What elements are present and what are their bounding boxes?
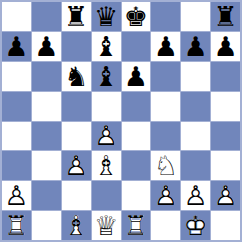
black-pawn-piece[interactable]: ♟ [211, 32, 240, 61]
square-e2[interactable] [122, 181, 151, 210]
piece-fill-glyph: ♜ [211, 2, 240, 31]
square-b4[interactable] [32, 122, 61, 151]
square-d7[interactable]: ♝ [92, 32, 121, 61]
piece-fill-glyph: ♟ [122, 62, 151, 91]
square-f4[interactable] [151, 122, 180, 151]
white-pawn-piece[interactable]: ♟♙ [92, 122, 121, 151]
piece-outline-glyph: ♙ [211, 181, 240, 210]
black-pawn-piece[interactable]: ♟ [32, 32, 61, 61]
piece-outline-glyph: ♙ [181, 181, 210, 210]
square-f6[interactable] [151, 62, 180, 91]
white-pawn-piece[interactable]: ♟♙ [151, 181, 180, 210]
square-a8[interactable] [2, 2, 31, 31]
square-h6[interactable] [211, 62, 240, 91]
square-c5[interactable] [62, 92, 91, 121]
piece-fill-glyph: ♟ [181, 32, 210, 61]
piece-outline-glyph: ♔ [181, 211, 210, 240]
square-g2[interactable]: ♟♙ [181, 181, 210, 210]
black-pawn-piece[interactable]: ♟ [181, 32, 210, 61]
square-g4[interactable] [181, 122, 210, 151]
square-a2[interactable]: ♟♙ [2, 181, 31, 210]
piece-fill-glyph: ♝ [92, 32, 121, 61]
square-b7[interactable]: ♟ [32, 32, 61, 61]
white-rook-piece[interactable]: ♜♖ [122, 211, 151, 240]
square-g3[interactable] [181, 151, 210, 180]
piece-fill-glyph: ♟ [211, 32, 240, 61]
square-d3[interactable]: ♝♗ [92, 151, 121, 180]
square-g8[interactable] [181, 2, 210, 31]
square-b2[interactable] [32, 181, 61, 210]
piece-fill-glyph: ♜ [62, 2, 91, 31]
piece-fill-glyph: ♟ [32, 32, 61, 61]
square-e7[interactable] [122, 32, 151, 61]
square-d1[interactable]: ♛♕ [92, 211, 121, 240]
black-pawn-piece[interactable]: ♟ [151, 32, 180, 61]
square-h5[interactable] [211, 92, 240, 121]
square-f8[interactable] [151, 2, 180, 31]
piece-outline-glyph: ♙ [62, 151, 91, 180]
square-g5[interactable] [181, 92, 210, 121]
square-f3[interactable]: ♞♘ [151, 151, 180, 180]
piece-outline-glyph: ♖ [122, 211, 151, 240]
square-e1[interactable]: ♜♖ [122, 211, 151, 240]
piece-fill-glyph: ♞ [62, 62, 91, 91]
square-d8[interactable]: ♛ [92, 2, 121, 31]
white-bishop-piece[interactable]: ♝♗ [62, 211, 91, 240]
square-f5[interactable] [151, 92, 180, 121]
piece-outline-glyph: ♗ [62, 211, 91, 240]
piece-outline-glyph: ♕ [92, 211, 121, 240]
white-pawn-piece[interactable]: ♟♙ [181, 181, 210, 210]
square-a4[interactable] [2, 122, 31, 151]
square-d4[interactable]: ♟♙ [92, 122, 121, 151]
piece-outline-glyph: ♖ [2, 211, 31, 240]
square-f1[interactable] [151, 211, 180, 240]
square-g7[interactable]: ♟ [181, 32, 210, 61]
black-queen-piece[interactable]: ♛ [92, 2, 121, 31]
black-rook-piece[interactable]: ♜ [211, 2, 240, 31]
piece-fill-glyph: ♟ [2, 32, 31, 61]
white-rook-piece[interactable]: ♜♖ [2, 211, 31, 240]
white-pawn-piece[interactable]: ♟♙ [62, 151, 91, 180]
square-g6[interactable] [181, 62, 210, 91]
piece-outline-glyph: ♘ [151, 151, 180, 180]
black-pawn-piece[interactable]: ♟ [122, 62, 151, 91]
square-b5[interactable] [32, 92, 61, 121]
piece-fill-glyph: ♝ [92, 62, 121, 91]
square-d5[interactable] [92, 92, 121, 121]
white-king-piece[interactable]: ♚♔ [181, 211, 210, 240]
square-b3[interactable] [32, 151, 61, 180]
white-bishop-piece[interactable]: ♝♗ [92, 151, 121, 180]
square-e6[interactable]: ♟ [122, 62, 151, 91]
piece-outline-glyph: ♙ [151, 181, 180, 210]
piece-fill-glyph: ♛ [92, 2, 121, 31]
square-a1[interactable]: ♜♖ [2, 211, 31, 240]
square-c1[interactable]: ♝♗ [62, 211, 91, 240]
square-a3[interactable] [2, 151, 31, 180]
square-h7[interactable]: ♟ [211, 32, 240, 61]
piece-outline-glyph: ♙ [92, 122, 121, 151]
black-king-piece[interactable]: ♚ [122, 2, 151, 31]
white-knight-piece[interactable]: ♞♘ [151, 151, 180, 180]
square-e3[interactable] [122, 151, 151, 180]
square-h4[interactable] [211, 122, 240, 151]
white-pawn-piece[interactable]: ♟♙ [2, 181, 31, 210]
square-h1[interactable] [211, 211, 240, 240]
square-b6[interactable] [32, 62, 61, 91]
square-e5[interactable] [122, 92, 151, 121]
black-knight-piece[interactable]: ♞ [62, 62, 91, 91]
square-h3[interactable] [211, 151, 240, 180]
square-d2[interactable] [92, 181, 121, 210]
square-a6[interactable] [2, 62, 31, 91]
square-a7[interactable]: ♟ [2, 32, 31, 61]
piece-outline-glyph: ♗ [92, 151, 121, 180]
piece-fill-glyph: ♚ [122, 2, 151, 31]
square-e4[interactable] [122, 122, 151, 151]
black-pawn-piece[interactable]: ♟ [2, 32, 31, 61]
square-e8[interactable]: ♚ [122, 2, 151, 31]
square-c2[interactable] [62, 181, 91, 210]
square-c4[interactable] [62, 122, 91, 151]
white-queen-piece[interactable]: ♛♕ [92, 211, 121, 240]
square-h2[interactable]: ♟♙ [211, 181, 240, 210]
square-d6[interactable]: ♝ [92, 62, 121, 91]
square-f7[interactable]: ♟ [151, 32, 180, 61]
square-h8[interactable]: ♜ [211, 2, 240, 31]
white-pawn-piece[interactable]: ♟♙ [211, 181, 240, 210]
piece-fill-glyph: ♟ [151, 32, 180, 61]
black-rook-piece[interactable]: ♜ [62, 2, 91, 31]
square-c7[interactable] [62, 32, 91, 61]
square-f2[interactable]: ♟♙ [151, 181, 180, 210]
square-b1[interactable] [32, 211, 61, 240]
chess-board: ♜♛♚♜♟♟♝♟♟♟♞♝♟♟♙♟♙♝♗♞♘♟♙♟♙♟♙♟♙♜♖♝♗♛♕♜♖♚♔ [0, 0, 242, 242]
black-bishop-piece[interactable]: ♝ [92, 32, 121, 61]
square-b8[interactable] [32, 2, 61, 31]
square-g1[interactable]: ♚♔ [181, 211, 210, 240]
piece-outline-glyph: ♙ [2, 181, 31, 210]
square-c8[interactable]: ♜ [62, 2, 91, 31]
square-c3[interactable]: ♟♙ [62, 151, 91, 180]
square-a5[interactable] [2, 92, 31, 121]
square-c6[interactable]: ♞ [62, 62, 91, 91]
black-bishop-piece[interactable]: ♝ [92, 62, 121, 91]
